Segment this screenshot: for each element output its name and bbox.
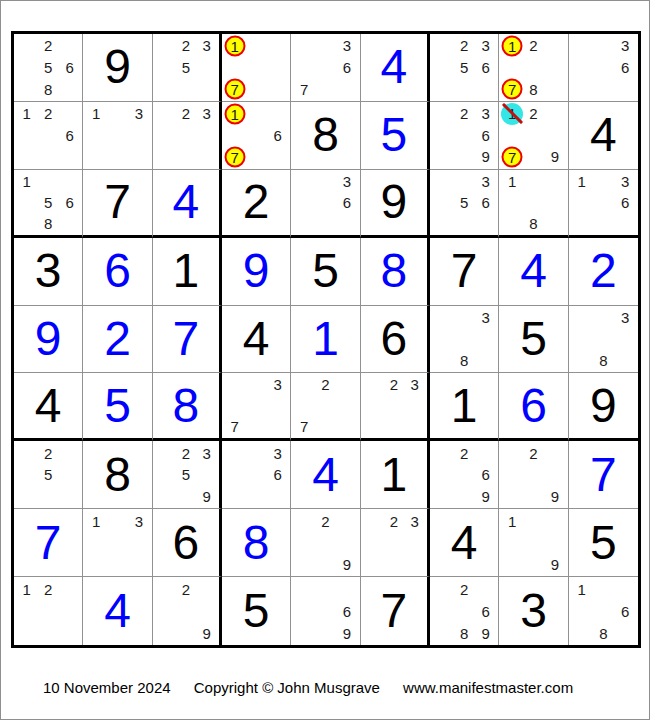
candidate-slot-4 <box>155 57 176 79</box>
cell-r2c9[interactable]: 4 <box>569 102 638 170</box>
candidate-slot-9 <box>614 78 636 100</box>
given-digit: 3 <box>35 247 62 295</box>
candidate-slot-2 <box>315 171 336 192</box>
cell-r8c7[interactable]: 4 <box>430 509 499 577</box>
candidate-7-highlighted: 7 <box>224 146 245 167</box>
candidate-slot-4 <box>155 125 176 147</box>
candidate-slot-8 <box>175 146 196 168</box>
candidate-slot-8: 8 <box>37 213 58 234</box>
cell-r8c2[interactable]: 13 <box>83 509 152 577</box>
candidate-slot-6 <box>404 532 425 554</box>
cell-r5c9[interactable]: 38 <box>569 306 638 374</box>
candidate-slot-8 <box>175 622 196 644</box>
candidate-slot-9 <box>59 622 80 644</box>
candidate-9: 9 <box>551 557 559 572</box>
candidate-slot-2 <box>245 103 266 125</box>
candidate-slot-2: 2 <box>383 510 404 532</box>
candidate-slot-5: 5 <box>37 192 58 213</box>
candidate-slot-9 <box>59 486 80 508</box>
candidate-slot-2: 2 <box>175 103 196 125</box>
candidate-slot-7 <box>16 146 37 168</box>
candidate-slot-9: 9 <box>544 486 565 508</box>
cell-r5c5[interactable]: 1 <box>291 306 360 374</box>
candidate-grid: 23 <box>363 510 425 575</box>
cell-r5c2[interactable]: 2 <box>83 306 152 374</box>
candidate-grid: 2689 <box>432 578 496 644</box>
footer-date: 10 November 2024 <box>43 679 171 696</box>
candidate-slot-4 <box>224 395 245 416</box>
candidate-slot-2 <box>245 35 266 57</box>
candidate-slot-3 <box>59 103 80 125</box>
candidate-slot-3: 3 <box>267 374 288 395</box>
candidate-slot-5: 5 <box>175 464 196 486</box>
cell-r5c4[interactable]: 4 <box>222 306 291 374</box>
candidate-slot-5: 5 <box>453 192 474 213</box>
given-digit: 1 <box>172 247 199 295</box>
candidate-slot-5 <box>315 395 336 416</box>
cell-r4c7[interactable]: 7 <box>430 238 499 306</box>
candidate-slot-2 <box>315 35 336 57</box>
candidate-slot-3 <box>59 171 80 192</box>
candidate-slot-3 <box>267 103 288 125</box>
candidate-grid: 17 <box>224 35 288 100</box>
candidate-slot-6 <box>128 532 149 554</box>
candidate-slot-5 <box>383 532 404 554</box>
candidate-slot-7 <box>571 78 593 100</box>
candidate-grid: 23 <box>155 103 217 168</box>
candidate-grid: 29 <box>501 442 565 507</box>
candidate-grid: 136 <box>571 171 636 234</box>
candidate-slot-8 <box>175 486 196 508</box>
cell-r3c7[interactable]: 356 <box>430 170 499 238</box>
candidate-slot-5 <box>592 57 614 79</box>
solved-digit: 7 <box>590 451 617 499</box>
candidate-slot-4 <box>501 192 522 213</box>
candidate-slot-2: 2 <box>453 35 474 57</box>
candidate-2: 2 <box>460 106 468 121</box>
candidate-slot-8 <box>175 78 196 100</box>
candidate-slot-9 <box>614 622 636 644</box>
candidate-8: 8 <box>44 82 52 97</box>
candidate-2: 2 <box>182 38 190 53</box>
candidate-slot-8 <box>592 213 614 234</box>
candidate-slot-8 <box>107 553 128 575</box>
cell-r9c5[interactable]: 69 <box>291 577 360 645</box>
given-digit: 4 <box>590 111 617 159</box>
candidate-2: 2 <box>182 106 190 121</box>
candidate-slot-6: 6 <box>267 125 288 147</box>
candidate-slot-1: 1 <box>501 171 522 192</box>
cell-r6c3[interactable]: 8 <box>153 373 222 441</box>
candidate-slot-5 <box>453 125 474 147</box>
cell-r7c3[interactable]: 2359 <box>153 441 222 509</box>
cell-r5c1[interactable]: 9 <box>14 306 83 374</box>
candidate-slot-9 <box>404 553 425 575</box>
cell-r2c1[interactable]: 126 <box>14 102 83 170</box>
cell-r1c8[interactable]: 1278 <box>499 34 568 102</box>
candidate-slot-7: 7 <box>224 416 245 437</box>
candidate-6: 6 <box>621 604 629 619</box>
candidate-slot-4 <box>432 600 453 622</box>
cell-r4c3[interactable]: 1 <box>153 238 222 306</box>
candidate-slot-1 <box>293 510 314 532</box>
candidate-slot-1 <box>363 374 384 395</box>
cell-r7c4[interactable]: 36 <box>222 441 291 509</box>
cell-r5c8[interactable]: 5 <box>499 306 568 374</box>
candidate-8: 8 <box>529 216 537 231</box>
cell-r9c2[interactable]: 4 <box>83 577 152 645</box>
candidate-slot-1: 1 <box>501 35 522 57</box>
cell-r1c1[interactable]: 2568 <box>14 34 83 102</box>
candidate-5: 5 <box>44 467 52 482</box>
candidate-slot-9 <box>544 213 565 234</box>
candidate-slot-4 <box>501 57 522 79</box>
solved-digit: 5 <box>380 111 407 159</box>
candidate-slot-4 <box>224 125 245 147</box>
candidate-slot-8 <box>315 78 336 100</box>
candidate-slot-7 <box>501 486 522 508</box>
candidate-6: 6 <box>481 195 489 210</box>
cell-r3c8[interactable]: 18 <box>499 170 568 238</box>
candidate-slot-7: 7 <box>293 416 314 437</box>
cell-r1c9[interactable]: 36 <box>569 34 638 102</box>
candidate-grid: 2356 <box>432 35 496 100</box>
candidate-slot-9 <box>196 78 217 100</box>
cell-r8c6[interactable]: 23 <box>361 509 430 577</box>
cell-r3c6[interactable]: 9 <box>361 170 430 238</box>
cell-r7c5[interactable]: 4 <box>291 441 360 509</box>
cell-r5c7[interactable]: 38 <box>430 306 499 374</box>
candidate-slot-7 <box>432 146 453 168</box>
candidate-slot-7 <box>571 350 593 372</box>
cell-r8c3[interactable]: 6 <box>153 509 222 577</box>
cell-r6c8[interactable]: 6 <box>499 373 568 441</box>
candidate-3: 3 <box>481 38 489 53</box>
given-digit: 3 <box>520 587 547 635</box>
candidate-slot-2 <box>107 103 128 125</box>
cell-r9c6[interactable]: 7 <box>361 577 430 645</box>
cell-r1c3[interactable]: 235 <box>153 34 222 102</box>
candidate-slot-4 <box>432 57 453 79</box>
candidate-slot-7: 7 <box>224 78 245 100</box>
cell-r4c1[interactable]: 3 <box>14 238 83 306</box>
cell-r7c1[interactable]: 25 <box>14 441 83 509</box>
cell-r6c7[interactable]: 1 <box>430 373 499 441</box>
candidate-slot-9 <box>128 146 149 168</box>
candidate-1: 1 <box>577 174 585 189</box>
candidate-grid: 1278 <box>501 35 565 100</box>
candidate-slot-5 <box>245 125 266 147</box>
cell-r4c5[interactable]: 5 <box>291 238 360 306</box>
candidate-slot-5 <box>175 125 196 147</box>
candidate-slot-4 <box>363 532 384 554</box>
candidate-slot-3 <box>544 442 565 464</box>
candidate-slot-6 <box>336 395 357 416</box>
cell-r9c7[interactable]: 2689 <box>430 577 499 645</box>
given-digit: 2 <box>243 178 270 226</box>
candidate-slot-6 <box>267 57 288 79</box>
candidate-slot-2: 2 <box>37 35 58 57</box>
candidate-3: 3 <box>135 106 143 121</box>
candidate-slot-5 <box>107 532 128 554</box>
candidate-slot-3 <box>336 510 357 532</box>
candidate-slot-6: 6 <box>59 57 80 79</box>
candidate-slot-5 <box>453 464 474 486</box>
cell-r6c9[interactable]: 9 <box>569 373 638 441</box>
candidate-slot-8 <box>383 416 404 437</box>
cell-r1c2[interactable]: 9 <box>83 34 152 102</box>
candidate-slot-4 <box>432 192 453 213</box>
candidate-7: 7 <box>300 82 308 97</box>
candidate-slot-9 <box>475 78 496 100</box>
candidate-grid: 36 <box>224 442 288 507</box>
candidate-5: 5 <box>44 60 52 75</box>
cell-r2c5[interactable]: 8 <box>291 102 360 170</box>
cell-r1c7[interactable]: 2356 <box>430 34 499 102</box>
candidate-3: 3 <box>481 106 489 121</box>
cell-r3c2[interactable]: 7 <box>83 170 152 238</box>
candidate-5: 5 <box>182 467 190 482</box>
candidate-slot-5: 5 <box>175 57 196 79</box>
candidate-2: 2 <box>390 514 398 529</box>
cell-r7c9[interactable]: 7 <box>569 441 638 509</box>
solved-digit: 9 <box>243 247 270 295</box>
candidate-3: 3 <box>481 174 489 189</box>
candidate-slot-4 <box>16 464 37 486</box>
cell-r1c6[interactable]: 4 <box>361 34 430 102</box>
cell-r9c4[interactable]: 5 <box>222 577 291 645</box>
candidate-slot-1: 1 <box>501 510 522 532</box>
candidate-slot-8: 8 <box>37 78 58 100</box>
candidate-slot-4 <box>432 328 453 350</box>
candidate-slot-9 <box>475 350 496 372</box>
candidate-slot-8 <box>245 78 266 100</box>
candidate-slot-4 <box>16 125 37 147</box>
candidate-5: 5 <box>44 195 52 210</box>
candidate-slot-6: 6 <box>59 192 80 213</box>
candidate-slot-9 <box>404 416 425 437</box>
candidate-grid: 36 <box>571 35 636 100</box>
candidate-1: 1 <box>92 514 100 529</box>
candidate-slot-9 <box>267 146 288 168</box>
candidate-slot-7 <box>501 213 522 234</box>
solved-digit: 8 <box>243 519 270 567</box>
candidate-slot-9 <box>267 416 288 437</box>
candidate-slot-8 <box>523 486 544 508</box>
cell-r4c4[interactable]: 9 <box>222 238 291 306</box>
candidate-6: 6 <box>621 60 629 75</box>
candidate-slot-4 <box>363 395 384 416</box>
candidate-slot-4 <box>293 395 314 416</box>
candidate-3: 3 <box>202 106 210 121</box>
candidate-slot-5: 5 <box>37 464 58 486</box>
candidate-slot-7 <box>224 486 245 508</box>
candidate-slot-5 <box>523 125 544 147</box>
cell-r2c4[interactable]: 167 <box>222 102 291 170</box>
cell-r2c8[interactable]: 1279 <box>499 102 568 170</box>
cell-r7c7[interactable]: 269 <box>430 441 499 509</box>
cell-r9c9[interactable]: 168 <box>569 577 638 645</box>
given-digit: 4 <box>243 315 270 363</box>
candidate-7-highlighted: 7 <box>502 146 523 167</box>
candidate-slot-4 <box>501 125 522 147</box>
cell-r6c6[interactable]: 23 <box>361 373 430 441</box>
candidate-slot-8 <box>107 146 128 168</box>
candidate-slot-2 <box>592 578 614 600</box>
given-digit: 4 <box>451 519 478 567</box>
cell-r2c2[interactable]: 13 <box>83 102 152 170</box>
candidate-slot-1 <box>224 442 245 464</box>
candidate-6: 6 <box>481 604 489 619</box>
candidate-slot-3: 3 <box>196 103 217 125</box>
candidate-slot-9 <box>59 78 80 100</box>
cell-r8c1[interactable]: 7 <box>14 509 83 577</box>
candidate-slot-1 <box>224 374 245 395</box>
candidate-slot-6 <box>544 532 565 554</box>
candidate-slot-2 <box>107 510 128 532</box>
cell-r7c2[interactable]: 8 <box>83 441 152 509</box>
cell-r4c2[interactable]: 6 <box>83 238 152 306</box>
candidate-slot-6: 6 <box>475 125 496 147</box>
candidate-slot-7 <box>571 213 593 234</box>
cell-r1c5[interactable]: 367 <box>291 34 360 102</box>
candidate-1: 1 <box>23 582 31 597</box>
candidate-9: 9 <box>481 489 489 504</box>
candidate-slot-1 <box>155 578 176 600</box>
candidate-grid: 13 <box>85 103 149 168</box>
candidate-grid: 2359 <box>155 442 217 507</box>
candidate-slot-8 <box>453 486 474 508</box>
candidate-slot-2: 2 <box>37 578 58 600</box>
candidate-slot-3: 3 <box>475 103 496 125</box>
sudoku-page: 2568923517367423561278361261323167852369… <box>0 0 650 720</box>
cell-r8c4[interactable]: 8 <box>222 509 291 577</box>
candidate-slot-8 <box>315 622 336 644</box>
cell-r4c8[interactable]: 4 <box>499 238 568 306</box>
candidate-slot-3 <box>544 510 565 532</box>
cell-r4c9[interactable]: 2 <box>569 238 638 306</box>
cell-r9c1[interactable]: 12 <box>14 577 83 645</box>
candidate-slot-7 <box>85 553 106 575</box>
given-digit: 9 <box>590 382 617 430</box>
cell-r3c9[interactable]: 136 <box>569 170 638 238</box>
candidate-3: 3 <box>343 174 351 189</box>
cell-r5c3[interactable]: 7 <box>153 306 222 374</box>
given-digit: 4 <box>35 382 62 430</box>
candidate-grid: 13 <box>85 510 149 575</box>
candidate-9: 9 <box>481 149 489 164</box>
candidate-grid: 235 <box>155 35 217 100</box>
candidate-slot-2: 2 <box>523 103 544 125</box>
given-digit: 6 <box>380 315 407 363</box>
candidate-slot-4 <box>571 328 593 350</box>
candidate-6: 6 <box>65 60 73 75</box>
candidate-3: 3 <box>621 174 629 189</box>
candidate-9: 9 <box>551 149 559 164</box>
candidate-1: 1 <box>508 514 516 529</box>
candidate-slot-9: 9 <box>475 486 496 508</box>
cell-r8c8[interactable]: 19 <box>499 509 568 577</box>
candidate-slot-1 <box>432 307 453 329</box>
candidate-3: 3 <box>621 38 629 53</box>
candidate-slot-4 <box>501 464 522 486</box>
cell-r6c4[interactable]: 37 <box>222 373 291 441</box>
candidate-slot-2: 2 <box>523 35 544 57</box>
cell-r6c1[interactable]: 4 <box>14 373 83 441</box>
candidate-1: 1 <box>23 106 31 121</box>
candidate-slot-2: 2 <box>523 442 544 464</box>
cell-r3c1[interactable]: 1568 <box>14 170 83 238</box>
candidate-slot-5 <box>523 57 544 79</box>
cell-r4c6[interactable]: 8 <box>361 238 430 306</box>
candidate-2: 2 <box>390 377 398 392</box>
candidate-grid: 36 <box>293 171 357 234</box>
candidate-slot-9 <box>336 416 357 437</box>
candidate-slot-9 <box>267 78 288 100</box>
candidate-3: 3 <box>273 446 281 461</box>
cell-r7c6[interactable]: 1 <box>361 441 430 509</box>
cell-r8c9[interactable]: 5 <box>569 509 638 577</box>
candidate-1: 1 <box>577 582 585 597</box>
given-digit: 5 <box>520 315 547 363</box>
candidate-slot-6: 6 <box>475 57 496 79</box>
candidate-slot-8: 8 <box>592 622 614 644</box>
cell-r2c3[interactable]: 23 <box>153 102 222 170</box>
candidate-8: 8 <box>529 82 537 97</box>
candidate-slot-9: 9 <box>544 146 565 168</box>
cell-r6c5[interactable]: 27 <box>291 373 360 441</box>
candidate-8: 8 <box>460 353 468 368</box>
candidate-slot-5: 5 <box>37 57 58 79</box>
candidate-5: 5 <box>182 60 190 75</box>
candidate-slot-6 <box>196 125 217 147</box>
cell-r2c6[interactable]: 5 <box>361 102 430 170</box>
candidate-slot-6 <box>128 125 149 147</box>
cell-r9c3[interactable]: 29 <box>153 577 222 645</box>
candidate-slot-6 <box>544 464 565 486</box>
cell-r8c5[interactable]: 29 <box>291 509 360 577</box>
cell-r6c2[interactable]: 5 <box>83 373 152 441</box>
candidate-slot-6 <box>59 600 80 622</box>
candidate-slot-4 <box>16 57 37 79</box>
candidate-slot-5 <box>175 600 196 622</box>
cell-r1c4[interactable]: 17 <box>222 34 291 102</box>
given-digit: 5 <box>243 587 270 635</box>
candidate-slot-6 <box>196 464 217 486</box>
candidate-slot-3: 3 <box>128 510 149 532</box>
cell-r3c3[interactable]: 4 <box>153 170 222 238</box>
cell-r2c7[interactable]: 2369 <box>430 102 499 170</box>
candidate-slot-5 <box>315 192 336 213</box>
candidate-slot-2: 2 <box>37 442 58 464</box>
cell-r5c6[interactable]: 6 <box>361 306 430 374</box>
cell-r9c8[interactable]: 3 <box>499 577 568 645</box>
candidate-2: 2 <box>321 377 329 392</box>
candidate-1-highlighted: 1 <box>224 103 245 124</box>
candidate-slot-2: 2 <box>175 35 196 57</box>
candidate-2: 2 <box>182 582 190 597</box>
cell-r3c4[interactable]: 2 <box>222 170 291 238</box>
given-digit: 7 <box>380 587 407 635</box>
candidate-6: 6 <box>273 128 281 143</box>
solved-digit: 7 <box>172 315 199 363</box>
candidate-1: 1 <box>508 174 516 189</box>
candidate-slot-7 <box>293 622 314 644</box>
cell-r7c8[interactable]: 29 <box>499 441 568 509</box>
candidate-slot-1 <box>293 578 314 600</box>
cell-r3c5[interactable]: 36 <box>291 170 360 238</box>
candidate-6: 6 <box>343 195 351 210</box>
